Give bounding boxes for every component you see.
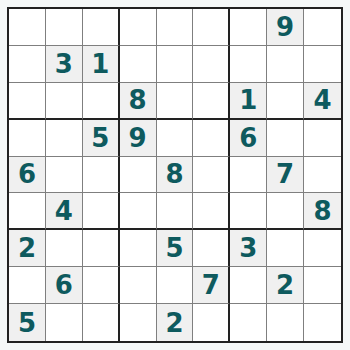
sudoku-cell-r9c2[interactable] xyxy=(46,304,83,341)
sudoku-cell-r4c8[interactable] xyxy=(267,120,304,157)
sudoku-cell-r5c7[interactable] xyxy=(230,157,267,194)
sudoku-cell-r4c1[interactable] xyxy=(9,120,46,157)
sudoku-cell-r6c8[interactable] xyxy=(267,193,304,230)
sudoku-cell-r1c7[interactable] xyxy=(230,9,267,46)
sudoku-cell-r3c5[interactable] xyxy=(157,83,194,120)
sudoku-cell-r2c2[interactable]: 3 xyxy=(46,46,83,83)
sudoku-cell-r9c7[interactable] xyxy=(230,304,267,341)
sudoku-cell-r1c9[interactable] xyxy=(304,9,341,46)
sudoku-cell-r9c8[interactable] xyxy=(267,304,304,341)
sudoku-cell-r3c1[interactable] xyxy=(9,83,46,120)
sudoku-cell-r8c2[interactable]: 6 xyxy=(46,267,83,304)
sudoku-cell-r9c9[interactable] xyxy=(304,304,341,341)
sudoku-cell-r9c6[interactable] xyxy=(193,304,230,341)
sudoku-cell-r3c7[interactable]: 1 xyxy=(230,83,267,120)
sudoku-cell-r3c9[interactable]: 4 xyxy=(304,83,341,120)
sudoku-cell-r1c4[interactable] xyxy=(120,9,157,46)
sudoku-cell-r5c1[interactable]: 6 xyxy=(9,157,46,194)
sudoku-cell-r4c9[interactable] xyxy=(304,120,341,157)
sudoku-cell-r7c8[interactable] xyxy=(267,230,304,267)
sudoku-cell-r8c1[interactable] xyxy=(9,267,46,304)
sudoku-cell-r5c3[interactable] xyxy=(83,157,120,194)
sudoku-cell-r1c2[interactable] xyxy=(46,9,83,46)
sudoku-cell-r4c2[interactable] xyxy=(46,120,83,157)
sudoku-cell-r6c9[interactable]: 8 xyxy=(304,193,341,230)
sudoku-cell-r6c7[interactable] xyxy=(230,193,267,230)
sudoku-cell-r6c5[interactable] xyxy=(157,193,194,230)
sudoku-cell-r4c6[interactable] xyxy=(193,120,230,157)
sudoku-cell-r7c5[interactable]: 5 xyxy=(157,230,194,267)
sudoku-cell-r4c3[interactable]: 5 xyxy=(83,120,120,157)
sudoku-cell-r2c9[interactable] xyxy=(304,46,341,83)
sudoku-cell-r2c7[interactable] xyxy=(230,46,267,83)
sudoku-cell-r7c7[interactable]: 3 xyxy=(230,230,267,267)
sudoku-cell-r7c6[interactable] xyxy=(193,230,230,267)
sudoku-cell-r9c4[interactable] xyxy=(120,304,157,341)
sudoku-cell-r2c6[interactable] xyxy=(193,46,230,83)
sudoku-cell-r6c6[interactable] xyxy=(193,193,230,230)
page: 9318145966874825367252 xyxy=(0,0,350,350)
sudoku-cell-r7c9[interactable] xyxy=(304,230,341,267)
sudoku-cell-r3c2[interactable] xyxy=(46,83,83,120)
sudoku-cell-r6c2[interactable]: 4 xyxy=(46,193,83,230)
sudoku-cell-r5c8[interactable]: 7 xyxy=(267,157,304,194)
sudoku-cell-r1c3[interactable] xyxy=(83,9,120,46)
sudoku-cell-r3c8[interactable] xyxy=(267,83,304,120)
sudoku-cell-r7c1[interactable]: 2 xyxy=(9,230,46,267)
sudoku-cell-r4c7[interactable]: 6 xyxy=(230,120,267,157)
sudoku-cell-r1c5[interactable] xyxy=(157,9,194,46)
sudoku-board: 9318145966874825367252 xyxy=(7,7,343,343)
sudoku-cell-r4c5[interactable] xyxy=(157,120,194,157)
sudoku-cell-r2c1[interactable] xyxy=(9,46,46,83)
sudoku-cell-r5c4[interactable] xyxy=(120,157,157,194)
sudoku-cell-r6c1[interactable] xyxy=(9,193,46,230)
sudoku-cell-r2c5[interactable] xyxy=(157,46,194,83)
sudoku-cell-r2c8[interactable] xyxy=(267,46,304,83)
sudoku-cell-r7c2[interactable] xyxy=(46,230,83,267)
sudoku-cell-r9c3[interactable] xyxy=(83,304,120,341)
sudoku-cell-r6c4[interactable] xyxy=(120,193,157,230)
sudoku-cell-r8c4[interactable] xyxy=(120,267,157,304)
sudoku-cell-r8c9[interactable] xyxy=(304,267,341,304)
sudoku-cell-r8c3[interactable] xyxy=(83,267,120,304)
sudoku-cell-r7c4[interactable] xyxy=(120,230,157,267)
sudoku-cell-r1c6[interactable] xyxy=(193,9,230,46)
sudoku-cell-r5c5[interactable]: 8 xyxy=(157,157,194,194)
sudoku-cell-r9c5[interactable]: 2 xyxy=(157,304,194,341)
sudoku-cell-r2c3[interactable]: 1 xyxy=(83,46,120,83)
sudoku-cell-r8c6[interactable]: 7 xyxy=(193,267,230,304)
sudoku-cell-r8c5[interactable] xyxy=(157,267,194,304)
sudoku-cell-r3c3[interactable] xyxy=(83,83,120,120)
sudoku-cell-r7c3[interactable] xyxy=(83,230,120,267)
sudoku-cell-r3c4[interactable]: 8 xyxy=(120,83,157,120)
sudoku-cell-r8c7[interactable] xyxy=(230,267,267,304)
sudoku-cell-r1c8[interactable]: 9 xyxy=(267,9,304,46)
sudoku-cell-r1c1[interactable] xyxy=(9,9,46,46)
sudoku-cell-r4c4[interactable]: 9 xyxy=(120,120,157,157)
sudoku-cell-r5c9[interactable] xyxy=(304,157,341,194)
sudoku-cell-r5c6[interactable] xyxy=(193,157,230,194)
sudoku-cell-r6c3[interactable] xyxy=(83,193,120,230)
sudoku-cell-r8c8[interactable]: 2 xyxy=(267,267,304,304)
sudoku-cell-r9c1[interactable]: 5 xyxy=(9,304,46,341)
sudoku-cell-r3c6[interactable] xyxy=(193,83,230,120)
sudoku-cell-r5c2[interactable] xyxy=(46,157,83,194)
sudoku-cell-r2c4[interactable] xyxy=(120,46,157,83)
